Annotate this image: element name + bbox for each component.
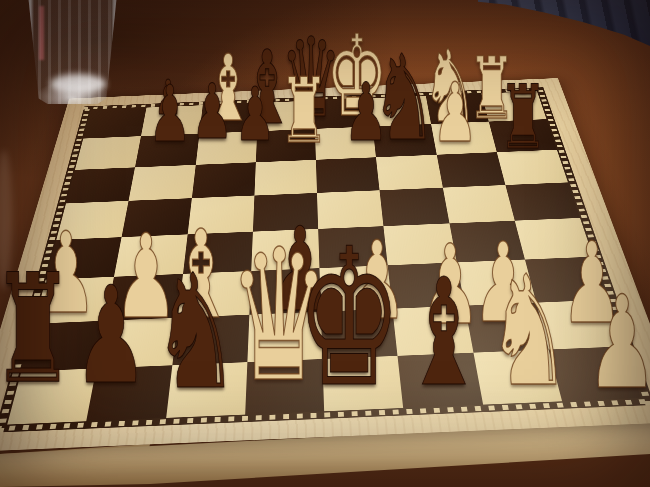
square-a8[interactable]	[83, 108, 146, 139]
piece-light-pawn-g7[interactable]: ♟	[432, 72, 478, 154]
piece-dark-king-e1[interactable]: ♚	[296, 224, 402, 414]
square-h5[interactable]	[505, 182, 580, 220]
square-a6[interactable]	[66, 167, 135, 203]
piece-light-rook-d7[interactable]: ♜	[279, 66, 329, 156]
piece-light-knight-g1[interactable]: ♞	[487, 256, 571, 408]
glass-red-reflection	[39, 6, 44, 60]
photo-stage: ♟♝♝♛♚♞♜♟♟♟♜♟♞♟♜♟♟♝♟♟♟♟♟♜♟♞♛♚♝♞♟	[0, 0, 650, 487]
piece-dark-pawn-b7[interactable]: ♟	[191, 74, 233, 150]
piece-dark-pawn-e7[interactable]: ♟	[344, 73, 388, 153]
piece-dark-pawn-b1[interactable]: ♟	[74, 269, 148, 403]
glass-reflection-highlight	[50, 74, 106, 94]
piece-dark-rook-a1[interactable]: ♜	[0, 254, 75, 404]
piece-dark-rook-h7[interactable]: ♜	[499, 74, 548, 162]
square-d6[interactable]	[254, 160, 317, 196]
piece-dark-bishop-f1[interactable]: ♝	[403, 259, 485, 407]
piece-light-pawn-h1[interactable]: ♟	[586, 279, 650, 407]
piece-dark-knight-c1[interactable]: ♞	[152, 253, 240, 411]
piece-dark-pawn-a7[interactable]: ♟	[148, 75, 191, 153]
square-c6[interactable]	[192, 162, 256, 198]
square-b6[interactable]	[129, 165, 196, 201]
square-a7[interactable]	[75, 136, 141, 169]
piece-dark-pawn-c7[interactable]: ♟	[234, 77, 275, 151]
